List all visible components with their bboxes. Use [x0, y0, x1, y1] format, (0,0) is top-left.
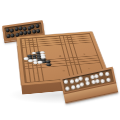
black-tray-stone: [10, 33, 15, 38]
black-tray-stone: [35, 24, 40, 29]
white-tray-stone: [69, 79, 74, 84]
white-stone: [37, 61, 42, 64]
black-stone: [28, 57, 33, 60]
black-tray-stone: [35, 28, 40, 33]
hoshi-point: [37, 72, 39, 73]
white-tray-stone: [70, 85, 75, 90]
white-tray-stone: [64, 79, 69, 84]
white-tray-stone: [95, 78, 100, 83]
black-stone: [41, 61, 46, 64]
white-tray-stone: [79, 76, 84, 81]
white-tray-stone: [99, 72, 104, 77]
black-stone: [46, 60, 51, 63]
white-stone: [33, 61, 38, 64]
white-tray-stone: [101, 79, 106, 84]
white-stone: [31, 52, 36, 55]
white-stone: [40, 56, 45, 59]
hoshi-point: [34, 57, 36, 58]
white-tray-stone: [94, 74, 99, 79]
black-stone: [32, 56, 37, 59]
white-stone: [32, 59, 37, 62]
hoshi-point: [88, 68, 90, 69]
white-tray-stone: [105, 72, 110, 77]
white-tray-stone: [65, 86, 70, 91]
black-tray-stone: [18, 26, 23, 31]
white-stone: [28, 59, 33, 62]
white-tray-stone: [80, 82, 85, 87]
black-stone: [36, 56, 41, 59]
black-stone: [37, 58, 42, 61]
white-tray-stone: [85, 81, 90, 86]
hoshi-point: [63, 70, 65, 71]
black-stone: [46, 63, 51, 66]
white-tray-stone: [106, 77, 111, 82]
black-tray-stone: [5, 28, 10, 33]
white-stone: [24, 57, 29, 60]
black-stone: [41, 58, 46, 61]
go-set-photo: [0, 0, 120, 120]
